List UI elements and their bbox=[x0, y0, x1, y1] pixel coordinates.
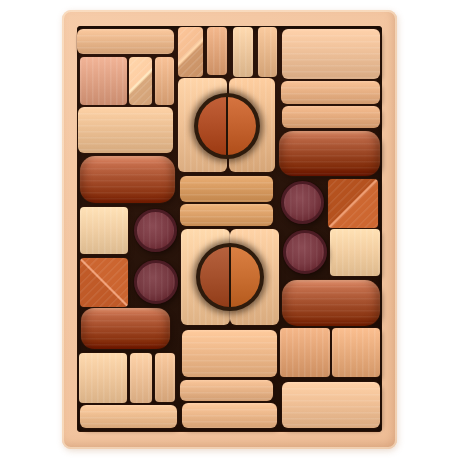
block-disc-right-lower bbox=[283, 230, 327, 274]
half-cylinder-left bbox=[200, 247, 231, 307]
block-stick-top-1 bbox=[178, 27, 203, 77]
half-cylinder-right bbox=[228, 97, 256, 155]
block-disc-right-upper bbox=[281, 181, 324, 224]
block-plank-center-4 bbox=[182, 403, 277, 428]
block-cylinder-right-upper bbox=[279, 131, 380, 176]
block-triangle-pair-left bbox=[80, 258, 128, 307]
block-plank-right-1 bbox=[281, 81, 380, 104]
block-cylinder-right-lower bbox=[282, 280, 380, 326]
block-circle-lower bbox=[196, 243, 264, 311]
block-plank-center-2 bbox=[180, 204, 273, 226]
block-disc-left-lower bbox=[134, 260, 178, 304]
half-cylinder-left bbox=[198, 97, 228, 155]
block-circle-upper bbox=[194, 93, 260, 159]
block-stick-bl-2 bbox=[155, 353, 175, 402]
block-cylinder-left-lower bbox=[81, 308, 170, 349]
blocks-layer bbox=[0, 0, 460, 460]
block-stick-tl-2 bbox=[155, 57, 174, 105]
block-square-cream-left bbox=[80, 207, 128, 254]
block-cylinder-left-upper bbox=[80, 156, 175, 203]
scene bbox=[0, 0, 460, 460]
block-plank-center-1 bbox=[180, 176, 273, 202]
block-plank-top-left bbox=[77, 29, 174, 54]
block-block-right-bottom bbox=[282, 382, 380, 428]
block-stick-bl-1 bbox=[130, 353, 152, 403]
block-disc-left-upper bbox=[134, 209, 177, 252]
block-square-right-2 bbox=[332, 328, 380, 377]
block-square-pink bbox=[80, 57, 127, 105]
half-cylinders bbox=[200, 247, 260, 307]
block-plank-bottom-left bbox=[80, 405, 177, 428]
block-plank-right-2 bbox=[282, 106, 380, 128]
block-stick-top-4 bbox=[258, 27, 277, 77]
half-cylinders bbox=[198, 97, 256, 155]
block-stick-tl-1 bbox=[129, 57, 152, 105]
block-stick-top-3 bbox=[233, 27, 253, 77]
block-block-center-thick bbox=[182, 330, 277, 377]
block-plank-center-3 bbox=[180, 380, 273, 401]
block-block-right-top bbox=[282, 29, 380, 79]
half-cylinder-right bbox=[231, 247, 260, 307]
block-square-cream-right bbox=[330, 229, 380, 276]
block-plank-left-thick bbox=[78, 107, 173, 153]
block-triangle-pair-right bbox=[328, 179, 378, 228]
block-stick-top-2 bbox=[207, 27, 227, 75]
block-square-bottom-left bbox=[79, 353, 127, 403]
block-square-right-1 bbox=[280, 328, 330, 377]
